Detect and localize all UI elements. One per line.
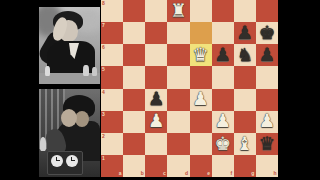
square-h2[interactable]: ♛ bbox=[256, 133, 278, 155]
piece-white-king[interactable]: ♚ bbox=[212, 133, 234, 155]
square-d5[interactable] bbox=[167, 66, 189, 88]
piece-white-bishop[interactable]: ♝ bbox=[234, 133, 256, 155]
square-d7[interactable] bbox=[167, 22, 189, 44]
file-label-a: a bbox=[119, 171, 122, 176]
rank-label-8: 8 bbox=[102, 1, 105, 6]
square-c8[interactable] bbox=[145, 0, 167, 22]
piece-black-knight[interactable]: ♞ bbox=[234, 44, 256, 66]
square-f2[interactable]: ♚ bbox=[212, 133, 234, 155]
square-d2[interactable] bbox=[167, 133, 189, 155]
square-f3[interactable]: ♟ bbox=[212, 111, 234, 133]
piece-white-rook[interactable]: ♜ bbox=[167, 0, 189, 22]
square-g4[interactable] bbox=[234, 89, 256, 111]
square-d6[interactable] bbox=[167, 44, 189, 66]
square-a7[interactable]: 7 bbox=[101, 22, 123, 44]
square-b8[interactable] bbox=[123, 0, 145, 22]
square-b6[interactable] bbox=[123, 44, 145, 66]
player-face bbox=[75, 111, 89, 127]
square-e5[interactable] bbox=[190, 66, 212, 88]
square-a3[interactable]: 3 bbox=[101, 111, 123, 133]
square-c2[interactable] bbox=[145, 133, 167, 155]
square-a6[interactable]: 6 bbox=[101, 44, 123, 66]
square-e7[interactable] bbox=[190, 22, 212, 44]
square-e2[interactable] bbox=[190, 133, 212, 155]
square-c7[interactable] bbox=[145, 22, 167, 44]
square-a4[interactable]: 4 bbox=[101, 89, 123, 111]
square-b7[interactable] bbox=[123, 22, 145, 44]
square-h8[interactable] bbox=[256, 0, 278, 22]
file-label-d: d bbox=[185, 171, 188, 176]
piece-white-queen[interactable]: ♛ bbox=[190, 44, 212, 66]
file-label-e: e bbox=[207, 171, 210, 176]
square-h6[interactable]: ♟ bbox=[256, 44, 278, 66]
chess-piece-silhouette bbox=[83, 65, 89, 76]
square-d3[interactable] bbox=[167, 111, 189, 133]
piece-black-pawn[interactable]: ♟ bbox=[145, 89, 167, 111]
square-h1[interactable]: h bbox=[256, 155, 278, 177]
square-c5[interactable] bbox=[145, 66, 167, 88]
square-h4[interactable] bbox=[256, 89, 278, 111]
rank-label-2: 2 bbox=[102, 134, 105, 139]
square-b1[interactable]: b bbox=[123, 155, 145, 177]
square-b3[interactable] bbox=[123, 111, 145, 133]
square-f5[interactable] bbox=[212, 66, 234, 88]
player-photo-top bbox=[39, 7, 100, 84]
square-b5[interactable] bbox=[123, 66, 145, 88]
clock-dial-right bbox=[66, 155, 78, 167]
video-frame: 8♜7♟♚6♛♟♞♟54♟♟3♟♟♟2♚♝♛1abcdefgh bbox=[0, 0, 320, 180]
piece-black-queen[interactable]: ♛ bbox=[256, 133, 278, 155]
rank-label-6: 6 bbox=[102, 45, 105, 50]
rank-label-1: 1 bbox=[102, 156, 105, 161]
square-a5[interactable]: 5 bbox=[101, 66, 123, 88]
rank-label-7: 7 bbox=[102, 23, 105, 28]
chess-board[interactable]: 8♜7♟♚6♛♟♞♟54♟♟3♟♟♟2♚♝♛1abcdefgh bbox=[101, 0, 278, 177]
square-e6[interactable]: ♛ bbox=[190, 44, 212, 66]
square-c3[interactable]: ♟ bbox=[145, 111, 167, 133]
square-b2[interactable] bbox=[123, 133, 145, 155]
square-f4[interactable] bbox=[212, 89, 234, 111]
square-d8[interactable]: ♜ bbox=[167, 0, 189, 22]
square-f8[interactable] bbox=[212, 0, 234, 22]
chess-piece-silhouette bbox=[40, 137, 46, 151]
square-d4[interactable] bbox=[167, 89, 189, 111]
square-e8[interactable] bbox=[190, 0, 212, 22]
square-a2[interactable]: 2 bbox=[101, 133, 123, 155]
square-h5[interactable] bbox=[256, 66, 278, 88]
clock-dial-left bbox=[51, 155, 63, 167]
rank-label-5: 5 bbox=[102, 67, 105, 72]
piece-black-pawn[interactable]: ♟ bbox=[234, 22, 256, 44]
square-h7[interactable]: ♚ bbox=[256, 22, 278, 44]
square-c6[interactable] bbox=[145, 44, 167, 66]
square-f7[interactable] bbox=[212, 22, 234, 44]
player-photo-bottom bbox=[39, 89, 100, 177]
square-f6[interactable]: ♟ bbox=[212, 44, 234, 66]
square-g6[interactable]: ♞ bbox=[234, 44, 256, 66]
square-g1[interactable]: g bbox=[234, 155, 256, 177]
chess-piece-silhouette bbox=[45, 66, 50, 76]
piece-white-pawn[interactable]: ♟ bbox=[212, 111, 234, 133]
rank-label-3: 3 bbox=[102, 112, 105, 117]
square-g5[interactable] bbox=[234, 66, 256, 88]
square-a1[interactable]: 1a bbox=[101, 155, 123, 177]
player-hand-on-face bbox=[61, 109, 77, 127]
square-g3[interactable] bbox=[234, 111, 256, 133]
piece-white-pawn[interactable]: ♟ bbox=[190, 89, 212, 111]
square-a8[interactable]: 8 bbox=[101, 0, 123, 22]
square-d1[interactable]: d bbox=[167, 155, 189, 177]
chess-piece-silhouette bbox=[92, 67, 97, 76]
piece-white-pawn[interactable]: ♟ bbox=[145, 111, 167, 133]
file-label-b: b bbox=[141, 171, 144, 176]
square-e1[interactable]: e bbox=[190, 155, 212, 177]
piece-white-pawn[interactable]: ♟ bbox=[256, 111, 278, 133]
file-label-g: g bbox=[251, 171, 254, 176]
square-c4[interactable]: ♟ bbox=[145, 89, 167, 111]
file-label-f: f bbox=[231, 171, 233, 176]
square-c1[interactable]: c bbox=[145, 155, 167, 177]
square-g8[interactable] bbox=[234, 0, 256, 22]
square-e4[interactable]: ♟ bbox=[190, 89, 212, 111]
square-e3[interactable] bbox=[190, 111, 212, 133]
piece-black-pawn[interactable]: ♟ bbox=[212, 44, 234, 66]
square-h3[interactable]: ♟ bbox=[256, 111, 278, 133]
file-label-c: c bbox=[163, 171, 166, 176]
piece-black-pawn[interactable]: ♟ bbox=[256, 44, 278, 66]
file-label-h: h bbox=[273, 171, 276, 176]
square-b4[interactable] bbox=[123, 89, 145, 111]
chess-clock bbox=[47, 151, 83, 175]
rank-label-4: 4 bbox=[102, 90, 105, 95]
square-f1[interactable]: f bbox=[212, 155, 234, 177]
piece-black-king[interactable]: ♚ bbox=[256, 22, 278, 44]
square-g7[interactable]: ♟ bbox=[234, 22, 256, 44]
square-g2[interactable]: ♝ bbox=[234, 133, 256, 155]
